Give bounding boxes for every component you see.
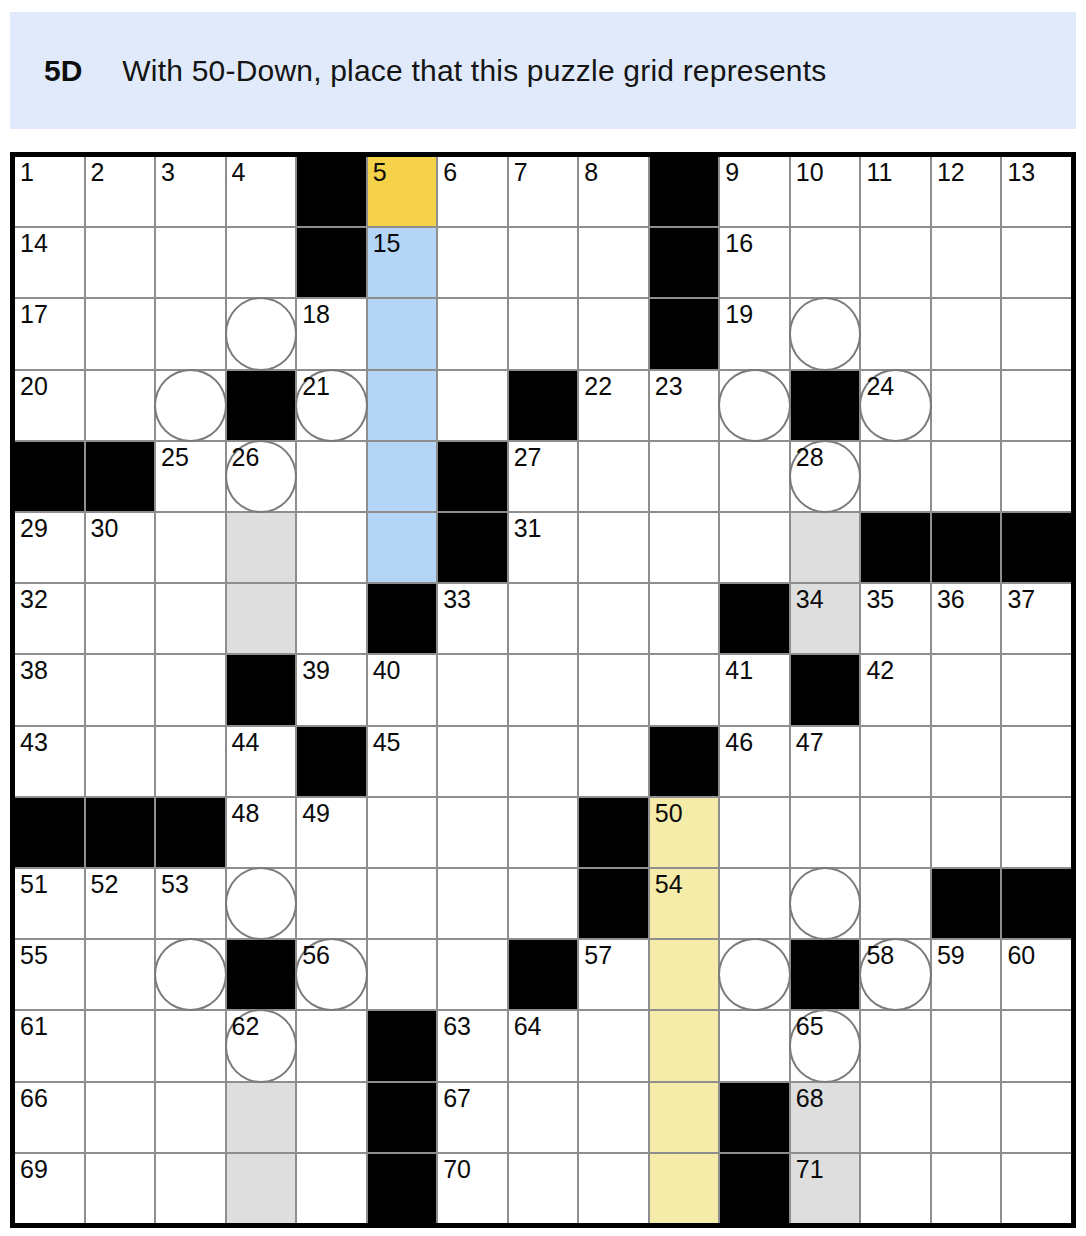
cell-r8c9[interactable] <box>579 655 648 724</box>
cell-number: 9 <box>725 159 739 185</box>
cell-r5c14[interactable] <box>932 442 1001 511</box>
cell-number: 50 <box>655 800 683 826</box>
cell-r8c10[interactable] <box>650 655 719 724</box>
cell-r5c6[interactable] <box>368 442 437 511</box>
cell-number: 31 <box>514 515 542 541</box>
cell-r6c11[interactable] <box>720 513 789 582</box>
cell-r11c11[interactable] <box>720 869 789 938</box>
cell-r2c9[interactable] <box>579 228 648 297</box>
cell-r5c8[interactable]: 27 <box>509 442 578 511</box>
cell-r11c9 <box>579 869 648 938</box>
cell-r2c3[interactable] <box>156 228 225 297</box>
cell-r13c6 <box>368 1011 437 1080</box>
cell-r9c1[interactable]: 43 <box>15 727 84 796</box>
cell-r11c3[interactable]: 53 <box>156 869 225 938</box>
cell-r4c6[interactable] <box>368 371 437 440</box>
cell-r1c8[interactable]: 7 <box>509 157 578 226</box>
cell-number: 18 <box>302 301 330 327</box>
cell-number: 19 <box>725 301 753 327</box>
cell-r12c6[interactable] <box>368 940 437 1009</box>
cell-r8c13[interactable]: 42 <box>861 655 930 724</box>
cell-number: 60 <box>1007 942 1035 968</box>
cell-r11c13[interactable] <box>861 869 930 938</box>
cell-r5c1 <box>15 442 84 511</box>
cell-r5c11[interactable] <box>720 442 789 511</box>
cell-r10c2 <box>86 798 155 867</box>
cell-r2c14[interactable] <box>932 228 1001 297</box>
cell-r9c13[interactable] <box>861 727 930 796</box>
cell-r7c13[interactable]: 35 <box>861 584 930 653</box>
cell-r2c2[interactable] <box>86 228 155 297</box>
cell-r5c12[interactable]: 28 <box>791 442 860 511</box>
cell-number: 32 <box>20 586 48 612</box>
cell-r12c12 <box>791 940 860 1009</box>
cell-r13c12[interactable]: 65 <box>791 1011 860 1080</box>
cell-r12c10[interactable] <box>650 940 719 1009</box>
cell-r3c10 <box>650 299 719 368</box>
cell-r12c7[interactable] <box>438 940 507 1009</box>
cell-r11c5[interactable] <box>297 869 366 938</box>
cell-r1c4[interactable]: 4 <box>227 157 296 226</box>
cell-r1c1[interactable]: 1 <box>15 157 84 226</box>
cell-r11c1[interactable]: 51 <box>15 869 84 938</box>
cell-number: 44 <box>232 729 260 755</box>
cell-r4c4 <box>227 371 296 440</box>
cell-number: 61 <box>20 1013 48 1039</box>
cell-r13c8[interactable]: 64 <box>509 1011 578 1080</box>
cell-r7c3[interactable] <box>156 584 225 653</box>
cell-r4c3[interactable] <box>156 371 225 440</box>
cell-r3c6[interactable] <box>368 299 437 368</box>
cell-r9c8[interactable] <box>509 727 578 796</box>
cell-r6c6[interactable] <box>368 513 437 582</box>
cell-r11c15 <box>1002 869 1071 938</box>
cell-r2c5 <box>297 228 366 297</box>
cell-r1c5 <box>297 157 366 226</box>
cell-r8c6[interactable]: 40 <box>368 655 437 724</box>
cell-r7c9[interactable] <box>579 584 648 653</box>
cell-r3c11[interactable]: 19 <box>720 299 789 368</box>
cell-r2c13[interactable] <box>861 228 930 297</box>
cell-r3c5[interactable]: 18 <box>297 299 366 368</box>
cell-number: 21 <box>302 373 330 399</box>
cell-number: 28 <box>796 444 824 470</box>
cell-r14c8[interactable] <box>509 1083 578 1152</box>
cell-r14c4[interactable] <box>227 1083 296 1152</box>
circle-marker <box>789 297 862 370</box>
cell-number: 17 <box>20 301 48 327</box>
cell-r15c7[interactable]: 70 <box>438 1154 507 1223</box>
cell-r14c15[interactable] <box>1002 1083 1071 1152</box>
cell-number: 30 <box>91 515 119 541</box>
cell-r15c3[interactable] <box>156 1154 225 1223</box>
cell-r6c10[interactable] <box>650 513 719 582</box>
cell-r10c12[interactable] <box>791 798 860 867</box>
cell-r8c12 <box>791 655 860 724</box>
cell-number: 70 <box>443 1156 471 1182</box>
cell-r6c9[interactable] <box>579 513 648 582</box>
cell-r2c11[interactable]: 16 <box>720 228 789 297</box>
cell-r6c12[interactable] <box>791 513 860 582</box>
cell-r14c13[interactable] <box>861 1083 930 1152</box>
cell-r14c5[interactable] <box>297 1083 366 1152</box>
cell-r10c8[interactable] <box>509 798 578 867</box>
cell-r9c3[interactable] <box>156 727 225 796</box>
cell-r12c8 <box>509 940 578 1009</box>
cell-r7c14[interactable]: 36 <box>932 584 1001 653</box>
cell-number: 68 <box>796 1085 824 1111</box>
cell-r15c6 <box>368 1154 437 1223</box>
cell-r14c12[interactable]: 68 <box>791 1083 860 1152</box>
cell-number: 39 <box>302 657 330 683</box>
cell-r5c7 <box>438 442 507 511</box>
cell-r14c2[interactable] <box>86 1083 155 1152</box>
cell-number: 54 <box>655 871 683 897</box>
cell-number: 47 <box>796 729 824 755</box>
cell-r13c5[interactable] <box>297 1011 366 1080</box>
cell-r4c10[interactable]: 23 <box>650 371 719 440</box>
circle-marker <box>718 369 791 442</box>
cell-r14c7[interactable]: 67 <box>438 1083 507 1152</box>
cell-r12c2[interactable] <box>86 940 155 1009</box>
cell-r7c6 <box>368 584 437 653</box>
cell-r14c10[interactable] <box>650 1083 719 1152</box>
cell-r4c15[interactable] <box>1002 371 1071 440</box>
cell-r9c10 <box>650 727 719 796</box>
cell-r8c11[interactable]: 41 <box>720 655 789 724</box>
cell-r10c3 <box>156 798 225 867</box>
cell-r6c5[interactable] <box>297 513 366 582</box>
cell-r15c14[interactable] <box>932 1154 1001 1223</box>
cell-r1c10 <box>650 157 719 226</box>
cell-r14c9[interactable] <box>579 1083 648 1152</box>
cell-number: 7 <box>514 159 528 185</box>
cell-r13c11[interactable] <box>720 1011 789 1080</box>
cell-r3c15[interactable] <box>1002 299 1071 368</box>
cell-r3c14[interactable] <box>932 299 1001 368</box>
cell-r15c5[interactable] <box>297 1154 366 1223</box>
cell-number: 6 <box>443 159 457 185</box>
cell-r10c15[interactable] <box>1002 798 1071 867</box>
cell-number: 36 <box>937 586 965 612</box>
cell-number: 29 <box>20 515 48 541</box>
cell-number: 35 <box>866 586 894 612</box>
cell-number: 27 <box>514 444 542 470</box>
cell-number: 37 <box>1007 586 1035 612</box>
cell-r10c9 <box>579 798 648 867</box>
cell-number: 56 <box>302 942 330 968</box>
cell-r1c13[interactable]: 11 <box>861 157 930 226</box>
cell-r5c4[interactable]: 26 <box>227 442 296 511</box>
cell-number: 46 <box>725 729 753 755</box>
cell-number: 13 <box>1007 159 1035 185</box>
cell-number: 49 <box>302 800 330 826</box>
cell-r2c1[interactable]: 14 <box>15 228 84 297</box>
cell-number: 8 <box>584 159 598 185</box>
cell-r12c15[interactable]: 60 <box>1002 940 1071 1009</box>
cell-r1c6[interactable]: 5 <box>368 157 437 226</box>
cell-r12c11[interactable] <box>720 940 789 1009</box>
cell-r3c12[interactable] <box>791 299 860 368</box>
cell-r8c1[interactable]: 38 <box>15 655 84 724</box>
cell-number: 23 <box>655 373 683 399</box>
cell-r15c8[interactable] <box>509 1154 578 1223</box>
cell-r3c7[interactable] <box>438 299 507 368</box>
cell-number: 22 <box>584 373 612 399</box>
cell-r9c9[interactable] <box>579 727 648 796</box>
cell-r15c9[interactable] <box>579 1154 648 1223</box>
cell-r2c10 <box>650 228 719 297</box>
cell-number: 14 <box>20 230 48 256</box>
cell-number: 69 <box>20 1156 48 1182</box>
crossword-app: 5D With 50-Down, place that this puzzle … <box>0 0 1086 1236</box>
cell-r3c3[interactable] <box>156 299 225 368</box>
cell-number: 12 <box>937 159 965 185</box>
cell-r14c6 <box>368 1083 437 1152</box>
cell-number: 57 <box>584 942 612 968</box>
cell-r8c7[interactable] <box>438 655 507 724</box>
cell-r6c15 <box>1002 513 1071 582</box>
cell-number: 16 <box>725 230 753 256</box>
cell-r11c2[interactable]: 52 <box>86 869 155 938</box>
cell-r11c7[interactable] <box>438 869 507 938</box>
cell-r7c8[interactable] <box>509 584 578 653</box>
cell-number: 33 <box>443 586 471 612</box>
cell-r12c9[interactable]: 57 <box>579 940 648 1009</box>
cell-number: 20 <box>20 373 48 399</box>
cell-r15c15[interactable] <box>1002 1154 1071 1223</box>
cell-number: 55 <box>20 942 48 968</box>
cell-number: 11 <box>866 159 892 185</box>
cell-r3c1[interactable]: 17 <box>15 299 84 368</box>
cell-r4c9[interactable]: 22 <box>579 371 648 440</box>
cell-r10c6[interactable] <box>368 798 437 867</box>
cell-r5c9[interactable] <box>579 442 648 511</box>
cell-r13c9[interactable] <box>579 1011 648 1080</box>
cell-number: 5 <box>373 159 387 185</box>
cell-r3c2[interactable] <box>86 299 155 368</box>
cell-r10c1 <box>15 798 84 867</box>
cell-r9c11[interactable]: 46 <box>720 727 789 796</box>
cell-r2c7[interactable] <box>438 228 507 297</box>
cell-number: 4 <box>232 159 246 185</box>
cell-r1c7[interactable]: 6 <box>438 157 507 226</box>
cell-number: 1 <box>20 159 34 185</box>
cell-r7c4[interactable] <box>227 584 296 653</box>
cell-number: 53 <box>161 871 189 897</box>
cell-r5c3[interactable]: 25 <box>156 442 225 511</box>
cell-r4c12 <box>791 371 860 440</box>
cell-r12c3[interactable] <box>156 940 225 1009</box>
cell-r9c6[interactable]: 45 <box>368 727 437 796</box>
cell-number: 58 <box>866 942 894 968</box>
cell-r11c4[interactable] <box>227 869 296 938</box>
cell-r14c11 <box>720 1083 789 1152</box>
cell-number: 52 <box>91 871 119 897</box>
cell-r11c10[interactable]: 54 <box>650 869 719 938</box>
clue-text: With 50-Down, place that this puzzle gri… <box>122 54 826 88</box>
cell-number: 65 <box>796 1013 824 1039</box>
cell-r14c1[interactable]: 66 <box>15 1083 84 1152</box>
cell-r2c6[interactable]: 15 <box>368 228 437 297</box>
cell-r13c1[interactable]: 61 <box>15 1011 84 1080</box>
cell-r13c4[interactable]: 62 <box>227 1011 296 1080</box>
cell-r1c9[interactable]: 8 <box>579 157 648 226</box>
cell-number: 51 <box>20 871 48 897</box>
cell-r12c1[interactable]: 55 <box>15 940 84 1009</box>
cell-number: 64 <box>514 1013 542 1039</box>
cell-number: 63 <box>443 1013 471 1039</box>
cell-r11c12[interactable] <box>791 869 860 938</box>
cell-number: 26 <box>232 444 260 470</box>
cell-r15c12[interactable]: 71 <box>791 1154 860 1223</box>
cell-number: 59 <box>937 942 965 968</box>
cell-r5c10[interactable] <box>650 442 719 511</box>
cell-r14c3[interactable] <box>156 1083 225 1152</box>
crossword-grid: 1234567891011121314151617181920212223242… <box>10 152 1076 1228</box>
cell-r8c15[interactable] <box>1002 655 1071 724</box>
cell-r1c2[interactable]: 2 <box>86 157 155 226</box>
cell-r8c2[interactable] <box>86 655 155 724</box>
cell-r5c13[interactable] <box>861 442 930 511</box>
cell-r12c5[interactable]: 56 <box>297 940 366 1009</box>
cell-r13c3[interactable] <box>156 1011 225 1080</box>
cell-r7c1[interactable]: 32 <box>15 584 84 653</box>
cell-r7c15[interactable]: 37 <box>1002 584 1071 653</box>
cell-r9c14[interactable] <box>932 727 1001 796</box>
cell-r4c11[interactable] <box>720 371 789 440</box>
cell-r4c8 <box>509 371 578 440</box>
cell-r6c4[interactable] <box>227 513 296 582</box>
cell-r7c5[interactable] <box>297 584 366 653</box>
cell-r7c7[interactable]: 33 <box>438 584 507 653</box>
cell-r4c13[interactable]: 24 <box>861 371 930 440</box>
circle-marker <box>225 867 298 940</box>
cell-r7c2[interactable] <box>86 584 155 653</box>
cell-r3c8[interactable] <box>509 299 578 368</box>
cell-number: 45 <box>373 729 401 755</box>
circle-marker <box>154 369 227 442</box>
cell-r2c8[interactable] <box>509 228 578 297</box>
cell-number: 42 <box>866 657 894 683</box>
cell-r10c5[interactable]: 49 <box>297 798 366 867</box>
cell-r4c1[interactable]: 20 <box>15 371 84 440</box>
cell-r13c13[interactable] <box>861 1011 930 1080</box>
cell-r13c15[interactable] <box>1002 1011 1071 1080</box>
cell-r4c5[interactable]: 21 <box>297 371 366 440</box>
cell-number: 3 <box>161 159 175 185</box>
cell-r6c8[interactable]: 31 <box>509 513 578 582</box>
cell-r6c13 <box>861 513 930 582</box>
cell-number: 15 <box>373 230 401 256</box>
cell-r6c2[interactable]: 30 <box>86 513 155 582</box>
cell-r13c2[interactable] <box>86 1011 155 1080</box>
circle-marker <box>718 938 791 1011</box>
cell-r10c14[interactable] <box>932 798 1001 867</box>
cell-r9c7[interactable] <box>438 727 507 796</box>
cell-r4c14[interactable] <box>932 371 1001 440</box>
cell-r9c4[interactable]: 44 <box>227 727 296 796</box>
cell-r11c8[interactable] <box>509 869 578 938</box>
cell-r1c11[interactable]: 9 <box>720 157 789 226</box>
cell-r7c11 <box>720 584 789 653</box>
cell-number: 40 <box>373 657 401 683</box>
cell-r9c15[interactable] <box>1002 727 1071 796</box>
cell-r15c13[interactable] <box>861 1154 930 1223</box>
cell-r8c5[interactable]: 39 <box>297 655 366 724</box>
cell-r10c7[interactable] <box>438 798 507 867</box>
cell-r13c7[interactable]: 63 <box>438 1011 507 1080</box>
cell-r7c12[interactable]: 34 <box>791 584 860 653</box>
cell-number: 38 <box>20 657 48 683</box>
cell-r4c7[interactable] <box>438 371 507 440</box>
cell-r6c3[interactable] <box>156 513 225 582</box>
cell-r2c4[interactable] <box>227 228 296 297</box>
cell-r6c1[interactable]: 29 <box>15 513 84 582</box>
cell-r9c12[interactable]: 47 <box>791 727 860 796</box>
circle-marker <box>789 867 862 940</box>
cell-number: 10 <box>796 159 824 185</box>
cell-number: 2 <box>91 159 105 185</box>
cell-number: 62 <box>232 1013 260 1039</box>
cell-r6c14 <box>932 513 1001 582</box>
circle-marker <box>154 938 227 1011</box>
cell-r7c10[interactable] <box>650 584 719 653</box>
cell-r4c2[interactable] <box>86 371 155 440</box>
cell-r12c14[interactable]: 59 <box>932 940 1001 1009</box>
cell-r5c15[interactable] <box>1002 442 1071 511</box>
cell-number: 25 <box>161 444 189 470</box>
cell-number: 41 <box>725 657 753 683</box>
cell-r8c8[interactable] <box>509 655 578 724</box>
cell-r12c4 <box>227 940 296 1009</box>
cell-r13c14[interactable] <box>932 1011 1001 1080</box>
cell-r10c13[interactable] <box>861 798 930 867</box>
cell-number: 67 <box>443 1085 471 1111</box>
cell-r1c14[interactable]: 12 <box>932 157 1001 226</box>
cell-r5c5[interactable] <box>297 442 366 511</box>
cell-r9c5 <box>297 727 366 796</box>
cell-r2c15[interactable] <box>1002 228 1071 297</box>
cell-r10c10[interactable]: 50 <box>650 798 719 867</box>
cell-r15c2[interactable] <box>86 1154 155 1223</box>
clue-number-label: 5D <box>44 54 82 88</box>
cell-r15c10[interactable] <box>650 1154 719 1223</box>
cell-r1c12[interactable]: 10 <box>791 157 860 226</box>
cell-r2c12[interactable] <box>791 228 860 297</box>
cell-r10c11[interactable] <box>720 798 789 867</box>
cell-r8c14[interactable] <box>932 655 1001 724</box>
cell-r3c4[interactable] <box>227 299 296 368</box>
cell-r15c4[interactable] <box>227 1154 296 1223</box>
cell-r11c6[interactable] <box>368 869 437 938</box>
cell-r13c10[interactable] <box>650 1011 719 1080</box>
cell-r1c15[interactable]: 13 <box>1002 157 1071 226</box>
cell-r3c13[interactable] <box>861 299 930 368</box>
cell-r9c2[interactable] <box>86 727 155 796</box>
cell-r3c9[interactable] <box>579 299 648 368</box>
cell-r1c3[interactable]: 3 <box>156 157 225 226</box>
cell-r6c7 <box>438 513 507 582</box>
cell-r8c3[interactable] <box>156 655 225 724</box>
clue-bar: 5D With 50-Down, place that this puzzle … <box>10 12 1076 129</box>
cell-r15c11 <box>720 1154 789 1223</box>
cell-r15c1[interactable]: 69 <box>15 1154 84 1223</box>
cell-r10c4[interactable]: 48 <box>227 798 296 867</box>
cell-number: 48 <box>232 800 260 826</box>
cell-r14c14[interactable] <box>932 1083 1001 1152</box>
cell-r12c13[interactable]: 58 <box>861 940 930 1009</box>
